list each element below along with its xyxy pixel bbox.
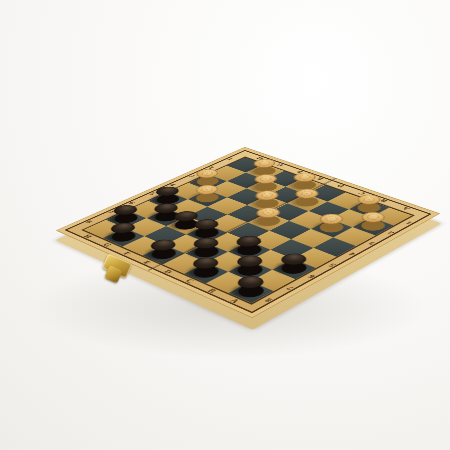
light-checker-piece[interactable] bbox=[289, 171, 320, 184]
square-g8[interactable] bbox=[103, 228, 145, 247]
product-photo-scene: HGFEDCBA HGFEDCBA 12345678 12345678 bbox=[0, 0, 450, 450]
light-checker-piece[interactable] bbox=[249, 157, 279, 169]
